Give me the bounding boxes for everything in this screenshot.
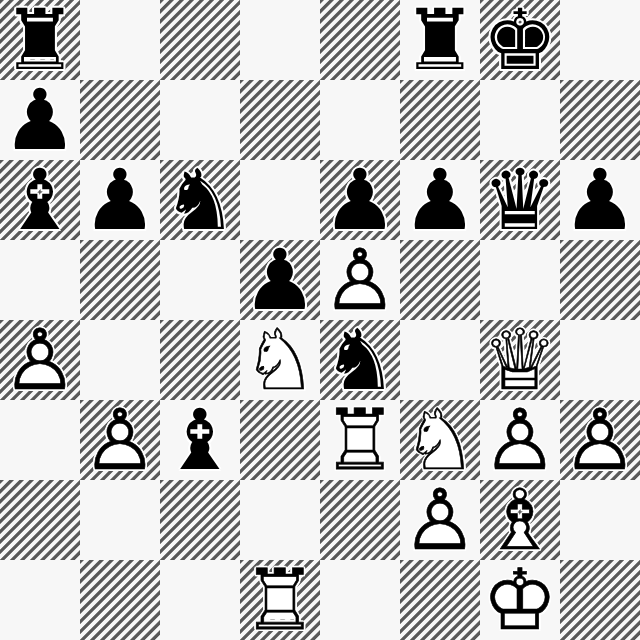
white-rook: ♜♖ bbox=[240, 560, 320, 640]
square-h8[interactable] bbox=[560, 0, 640, 80]
square-d4[interactable]: ♞♘ bbox=[240, 320, 320, 400]
square-b6[interactable]: ♟ bbox=[80, 160, 160, 240]
square-c8[interactable] bbox=[160, 0, 240, 80]
square-g2[interactable]: ♝♗ bbox=[480, 480, 560, 560]
square-c2[interactable] bbox=[160, 480, 240, 560]
square-d1[interactable]: ♜♖ bbox=[240, 560, 320, 640]
square-g3[interactable]: ♟♙ bbox=[480, 400, 560, 480]
black-pawn: ♟ bbox=[0, 80, 80, 160]
white-pawn: ♟♙ bbox=[80, 400, 160, 480]
square-f3[interactable]: ♞♘ bbox=[400, 400, 480, 480]
square-e5[interactable]: ♟♙ bbox=[320, 240, 400, 320]
square-e6[interactable]: ♟ bbox=[320, 160, 400, 240]
black-pawn: ♟ bbox=[240, 240, 320, 320]
white-pawn: ♟♙ bbox=[400, 480, 480, 560]
white-pawn: ♟♙ bbox=[0, 320, 80, 400]
square-a6[interactable]: ♝ bbox=[0, 160, 80, 240]
square-g4[interactable]: ♛♕ bbox=[480, 320, 560, 400]
black-knight: ♞ bbox=[320, 320, 400, 400]
square-d6[interactable] bbox=[240, 160, 320, 240]
square-h1[interactable] bbox=[560, 560, 640, 640]
square-g1[interactable]: ♚♔ bbox=[480, 560, 560, 640]
white-pawn: ♟♙ bbox=[480, 400, 560, 480]
square-a8[interactable]: ♜ bbox=[0, 0, 80, 80]
square-h3[interactable]: ♟♙ bbox=[560, 400, 640, 480]
square-g8[interactable]: ♚ bbox=[480, 0, 560, 80]
square-a7[interactable]: ♟ bbox=[0, 80, 80, 160]
white-king: ♚♔ bbox=[480, 560, 560, 640]
square-h4[interactable] bbox=[560, 320, 640, 400]
square-f2[interactable]: ♟♙ bbox=[400, 480, 480, 560]
square-b8[interactable] bbox=[80, 0, 160, 80]
black-rook: ♜ bbox=[400, 0, 480, 80]
square-c6[interactable]: ♞ bbox=[160, 160, 240, 240]
square-e8[interactable] bbox=[320, 0, 400, 80]
square-e1[interactable] bbox=[320, 560, 400, 640]
black-queen: ♛ bbox=[480, 160, 560, 240]
black-king: ♚ bbox=[480, 0, 560, 80]
chess-board: ♜♜♚♟♝♟♞♟♟♛♟♟♟♙♟♙♞♘♞♛♕♟♙♝♜♖♞♘♟♙♟♙♟♙♝♗♜♖♚♔ bbox=[0, 0, 640, 640]
white-bishop: ♝♗ bbox=[480, 480, 560, 560]
square-e7[interactable] bbox=[320, 80, 400, 160]
square-e4[interactable]: ♞ bbox=[320, 320, 400, 400]
square-h5[interactable] bbox=[560, 240, 640, 320]
square-c3[interactable]: ♝ bbox=[160, 400, 240, 480]
square-f7[interactable] bbox=[400, 80, 480, 160]
square-d7[interactable] bbox=[240, 80, 320, 160]
square-h2[interactable] bbox=[560, 480, 640, 560]
square-g5[interactable] bbox=[480, 240, 560, 320]
black-pawn: ♟ bbox=[560, 160, 640, 240]
square-e3[interactable]: ♜♖ bbox=[320, 400, 400, 480]
square-h7[interactable] bbox=[560, 80, 640, 160]
square-b5[interactable] bbox=[80, 240, 160, 320]
square-b2[interactable] bbox=[80, 480, 160, 560]
square-a3[interactable] bbox=[0, 400, 80, 480]
square-f5[interactable] bbox=[400, 240, 480, 320]
square-c4[interactable] bbox=[160, 320, 240, 400]
square-f8[interactable]: ♜ bbox=[400, 0, 480, 80]
white-knight: ♞♘ bbox=[240, 320, 320, 400]
square-f1[interactable] bbox=[400, 560, 480, 640]
black-pawn: ♟ bbox=[320, 160, 400, 240]
white-knight: ♞♘ bbox=[400, 400, 480, 480]
square-b4[interactable] bbox=[80, 320, 160, 400]
square-c7[interactable] bbox=[160, 80, 240, 160]
square-d8[interactable] bbox=[240, 0, 320, 80]
square-d2[interactable] bbox=[240, 480, 320, 560]
square-b7[interactable] bbox=[80, 80, 160, 160]
square-f6[interactable]: ♟ bbox=[400, 160, 480, 240]
white-pawn: ♟♙ bbox=[320, 240, 400, 320]
black-bishop: ♝ bbox=[160, 400, 240, 480]
square-h6[interactable]: ♟ bbox=[560, 160, 640, 240]
square-f4[interactable] bbox=[400, 320, 480, 400]
black-pawn: ♟ bbox=[400, 160, 480, 240]
square-d5[interactable]: ♟ bbox=[240, 240, 320, 320]
white-pawn: ♟♙ bbox=[560, 400, 640, 480]
black-pawn: ♟ bbox=[80, 160, 160, 240]
black-rook: ♜ bbox=[0, 0, 80, 80]
square-e2[interactable] bbox=[320, 480, 400, 560]
square-a4[interactable]: ♟♙ bbox=[0, 320, 80, 400]
square-g7[interactable] bbox=[480, 80, 560, 160]
square-c1[interactable] bbox=[160, 560, 240, 640]
square-g6[interactable]: ♛ bbox=[480, 160, 560, 240]
white-queen: ♛♕ bbox=[480, 320, 560, 400]
white-rook: ♜♖ bbox=[320, 400, 400, 480]
square-a1[interactable] bbox=[0, 560, 80, 640]
square-b1[interactable] bbox=[80, 560, 160, 640]
black-bishop: ♝ bbox=[0, 160, 80, 240]
black-knight: ♞ bbox=[160, 160, 240, 240]
square-c5[interactable] bbox=[160, 240, 240, 320]
square-d3[interactable] bbox=[240, 400, 320, 480]
square-b3[interactable]: ♟♙ bbox=[80, 400, 160, 480]
square-a5[interactable] bbox=[0, 240, 80, 320]
square-a2[interactable] bbox=[0, 480, 80, 560]
